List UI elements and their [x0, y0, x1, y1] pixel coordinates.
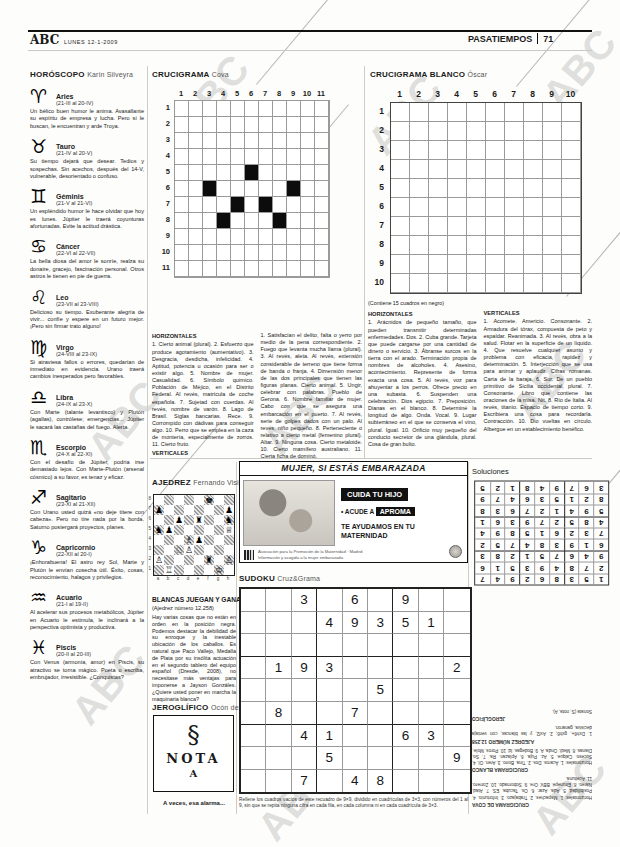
chess-title-text: AJEDREZ: [152, 478, 191, 487]
sudoku-empty-cell: [266, 679, 291, 702]
grid-row-label: 9: [158, 228, 170, 244]
crossword-cell: [543, 179, 562, 198]
crossword-black-cell: [245, 165, 259, 181]
crossword-cell: [524, 103, 543, 122]
sudoku-empty-cell: [317, 770, 342, 793]
crossword-cell: [562, 198, 581, 217]
grid-col-label: 7: [504, 89, 523, 99]
blank-crossword-clues-across-heading: HORIZONTALES: [368, 311, 477, 318]
sudoku-cell: 6: [505, 505, 520, 516]
sudoku-cell: 6: [519, 493, 534, 504]
sudoku-cell: 9: [292, 657, 317, 680]
sudoku-cell: 5: [368, 679, 393, 702]
sudoku-empty-cell: [444, 770, 469, 793]
sudoku-cell: 5: [475, 482, 490, 493]
crossword-cell: [175, 101, 189, 117]
horoscope-text: La bella diosa del amor le sonríe, realz…: [30, 258, 144, 280]
zodiac-sagitario-icon: ♐: [30, 487, 56, 507]
crossword-cell: [273, 165, 287, 181]
crossword-cell: [410, 160, 429, 179]
crossword-cell: [175, 261, 189, 277]
sudoku-cell: 3: [505, 516, 520, 527]
crossword-cell: [301, 181, 315, 197]
page-date: LUNES 12-1-2009: [64, 39, 118, 45]
crossword-cell: [203, 229, 217, 245]
grid-col-label: 11: [314, 89, 328, 98]
sudoku-empty-cell: [241, 747, 266, 770]
chess-square-b8: [164, 495, 174, 505]
chess-square-d6: [184, 515, 194, 525]
crossword-black-cell: [273, 213, 287, 229]
chess-file-label: c: [173, 576, 183, 581]
crossword-cell: [301, 101, 315, 117]
chess-piece-R-b1: ♖: [164, 565, 174, 575]
sudoku-cell: 8: [490, 550, 505, 561]
crossword-cell: [189, 165, 203, 181]
crossword-cell: [273, 197, 287, 213]
sudoku-cell: 3: [292, 589, 317, 612]
chess-square-e1: [194, 565, 204, 575]
sudoku-cell: 3: [368, 612, 393, 635]
crossword-cell: [315, 245, 329, 261]
crossword-cell: [203, 245, 217, 261]
crossword-cell: [301, 245, 315, 261]
horoscope-text: Al acelerar sus procesos metabólicos, Jú…: [30, 609, 144, 631]
horoscope-entry-header: ♈Aries(21-III al 20-IV): [30, 86, 144, 106]
sudoku-cell: 1: [490, 562, 505, 573]
sudoku-empty-cell: [419, 634, 444, 657]
crossword-cell: [189, 229, 203, 245]
crossword-cell: [287, 117, 301, 133]
zodiac-sign-dates: (21-IV al 20-V): [56, 150, 92, 156]
crossword-cell: [287, 165, 301, 181]
horoscope-entry: ♊Géminis(21-V al 21-VI)Un espléndido hum…: [30, 186, 144, 230]
crossword-cell: [259, 181, 273, 197]
crossword-cell: [175, 213, 189, 229]
crossword-col-labels: 1234567891011: [174, 89, 328, 98]
horoscope-text: Un espléndido humor le hace olvidar que …: [30, 208, 144, 230]
solution-heading: JEROGLÍFICO: [472, 715, 592, 721]
crossword-cell: [429, 274, 448, 293]
abc-masthead: ABC: [30, 33, 59, 47]
crossword-clues: HORIZONTALES 1. Cierto animal (plural). …: [152, 332, 362, 461]
sudoku-cell: 1: [593, 573, 608, 584]
horoscope-title: HORÓSCOPO Karin Silveyra: [30, 70, 133, 79]
zodiac-aries-icon: ♈: [30, 86, 56, 106]
sudoku-cell: 1: [519, 550, 534, 561]
sudoku-cell: 6: [343, 589, 368, 612]
sudoku-cell: 3: [519, 562, 534, 573]
crossword-cell: [175, 117, 189, 133]
blank-crossword-title-text: CRUCIGRAMA BLANCO: [370, 70, 465, 79]
chess-square-d7: [184, 505, 194, 515]
sudoku-cell: 1: [475, 516, 490, 527]
chess-rank-label: 7: [146, 504, 151, 514]
sudoku-cell: 9: [579, 505, 594, 516]
crossword-cell: [315, 117, 329, 133]
zodiac-sign-dates: (22-XII al 20-I): [56, 551, 95, 557]
sudoku-cell: 2: [564, 528, 579, 539]
sudoku-grid: 369493511932587416359748: [239, 587, 472, 794]
sudoku-cell: 9: [593, 550, 608, 561]
grid-col-label: 6: [244, 89, 258, 98]
hieroglyph-word-nota: NOTA: [154, 751, 233, 766]
zodiac-sign-dates: (21-I al 19-II): [56, 601, 88, 607]
crossword-cell: [467, 217, 486, 236]
grid-col-label: 2: [188, 89, 202, 98]
crossword-cell: [273, 117, 287, 133]
chess-piece-P-a2: ♙: [154, 555, 164, 565]
grid-row-label: 9: [372, 254, 384, 273]
sudoku-cell: 2: [579, 493, 594, 504]
chess-file-label: g: [213, 576, 223, 581]
crossword-cell: [231, 261, 245, 277]
crossword-cell: [245, 101, 259, 117]
crossword-cell: [429, 217, 448, 236]
zodiac-sign-name: Acuario: [56, 594, 88, 601]
sudoku-cell: 3: [317, 657, 342, 680]
horoscope-entry: ♉Tauro(21-IV al 20-V)Su tiempo dejará qu…: [30, 136, 144, 180]
crossword-cell: [391, 122, 410, 141]
crossword-cell: [273, 261, 287, 277]
zodiac-escorpio-icon: ♏: [30, 437, 56, 457]
crossword-cell: [524, 198, 543, 217]
grid-row-label: 8: [372, 235, 384, 254]
crossword-cell: [505, 236, 524, 255]
hieroglyph-symbol-s: §: [154, 721, 233, 748]
chess-piece-n-h6: ♞: [224, 515, 234, 525]
crossword-cell: [259, 261, 273, 277]
crossword-cell: [217, 117, 231, 133]
crossword-cell: [217, 229, 231, 245]
crossword-cell: [301, 165, 315, 181]
crossword-cell: [203, 117, 217, 133]
horoscope-text: Con Venus (armonía, amor) en Piscis, su …: [30, 659, 144, 681]
crossword-cell: [543, 160, 562, 179]
crossword-cell: [410, 103, 429, 122]
crossword-black-cell: [259, 197, 273, 213]
sudoku-cell: 4: [593, 516, 608, 527]
horoscope-entry-header: ♉Tauro(21-IV al 20-V): [30, 136, 144, 156]
chess-square-h1: [224, 565, 234, 575]
chess-square-b4: [164, 535, 174, 545]
ad-small-print: Asociación para la Promoción de la Mater…: [258, 549, 438, 561]
sudoku-cell: 5: [519, 528, 534, 539]
crossword-cell: [301, 213, 315, 229]
sudoku-cell: 6: [475, 562, 490, 573]
crossword-cell: [245, 213, 259, 229]
solution-body: Horizontales: 1. Mapaches. 2. Trabajazo.…: [472, 775, 592, 799]
chess-file-label: h: [223, 576, 233, 581]
sudoku-empty-cell: [241, 679, 266, 702]
sudoku-empty-cell: [266, 612, 291, 635]
chess-problem-number: (Ajedrez número 12.258): [152, 605, 214, 611]
ad-footer: Asociación para la Promoción de la Mater…: [244, 549, 438, 561]
crossword-cell: [524, 274, 543, 293]
crossword-cell: [467, 236, 486, 255]
crossword-cell: [203, 133, 217, 149]
crossword-cell: [189, 261, 203, 277]
crossword-cell: [175, 229, 189, 245]
crossword-cell: [217, 197, 231, 213]
crossword-cell: [391, 217, 410, 236]
crossword-cell: [301, 197, 315, 213]
crossword-cell: [231, 213, 245, 229]
sudoku-empty-cell: [266, 589, 291, 612]
sudoku-cell: 6: [579, 482, 594, 493]
horoscope-entry-header: ♊Géminis(21-V al 21-VI): [30, 186, 144, 206]
sudoku-empty-cell: [444, 612, 469, 635]
crossword-cell: [287, 261, 301, 277]
crossword-cell: [189, 149, 203, 165]
sudoku-empty-cell: [317, 589, 342, 612]
sudoku-empty-cell: [292, 612, 317, 635]
sudoku-empty-cell: [241, 770, 266, 793]
sudoku-empty-cell: [343, 725, 368, 748]
grid-row-label: 8: [158, 212, 170, 228]
chess-square-d5: [184, 525, 194, 535]
sudoku-cell: 1: [419, 612, 444, 635]
crossword-cell: [391, 255, 410, 274]
sudoku-empty-cell: [393, 634, 418, 657]
crossword-cell: [543, 236, 562, 255]
crossword-cell: [448, 179, 467, 198]
sudoku-empty-cell: [419, 747, 444, 770]
sudoku-cell: 8: [534, 539, 549, 550]
chess-square-e7: [194, 505, 204, 515]
crossword-cell: [543, 198, 562, 217]
sudoku-cell: 8: [593, 493, 608, 504]
zodiac-sign-name: Aries: [56, 93, 93, 100]
sudoku-cell: 4: [564, 505, 579, 516]
sudoku-cell: 3: [593, 482, 608, 493]
scan-slash-mark: [256, 0, 334, 85]
crossword-cell: [524, 160, 543, 179]
sudoku-cell: 3: [564, 573, 579, 584]
zodiac-virgo-icon: ♍: [30, 337, 56, 357]
crossword-cell: [486, 236, 505, 255]
chess-piece-N-c3: ♘: [174, 545, 184, 555]
zodiac-sign-name: Virgo: [56, 344, 97, 351]
sudoku-cell: 5: [579, 573, 594, 584]
grid-col-label: 8: [272, 89, 286, 98]
crossword-cell: [175, 181, 189, 197]
section-header: PASATIEMPOS 71: [468, 33, 553, 44]
horoscope-name-block: Libra(24-IX al 23-X): [56, 394, 92, 407]
crossword-cell: [448, 217, 467, 236]
crossword-cell: [505, 198, 524, 217]
crossword-cell: [189, 181, 203, 197]
zodiac-sign-dates: (21-III al 20-IV): [56, 100, 93, 106]
crossword-cell: [562, 141, 581, 160]
chess-rank-label: 6: [146, 514, 151, 524]
crossword-cell: [217, 133, 231, 149]
chess-square-c1: [174, 565, 184, 575]
crossword-cell: [486, 217, 505, 236]
horoscope-name-block: Aries(21-III al 20-IV): [56, 93, 93, 106]
crossword-cell: [467, 179, 486, 198]
zodiac-cáncer-icon: ♋: [30, 236, 56, 256]
grid-row-label: 11: [158, 260, 170, 276]
sudoku-empty-cell: [241, 612, 266, 635]
sudoku-cell: 9: [393, 589, 418, 612]
zodiac-sign-name: Leo: [56, 294, 99, 301]
sudoku-cell: 2: [444, 657, 469, 680]
grid-row-label: 3: [372, 140, 384, 159]
hieroglyph-caption: A veces, esa alarma...: [152, 800, 236, 806]
blank-crossword-grid: [390, 102, 582, 294]
crossword-cell: [410, 236, 429, 255]
crossword-cell: [259, 149, 273, 165]
grid-row-label: 4: [372, 159, 384, 178]
chess-square-f3: [204, 545, 214, 555]
sudoku-cell: 2: [519, 573, 534, 584]
sudoku-cell: 7: [505, 539, 520, 550]
crossword-cell: [315, 149, 329, 165]
ad-line-acude-text: • ACUDE A: [341, 508, 374, 515]
horoscope-name-block: Capricornio(22-XII al 20-I): [56, 544, 95, 557]
zodiac-sign-name: Tauro: [56, 143, 92, 150]
crossword-cell: [562, 122, 581, 141]
chess-square-g4: [214, 535, 224, 545]
chess-rank-label: 2: [146, 554, 151, 564]
crossword-cell: [505, 255, 524, 274]
grid-col-label: 4: [216, 89, 230, 98]
sudoku-cell: 8: [475, 505, 490, 516]
sudoku-empty-cell: [368, 747, 393, 770]
crossword-cell: [410, 255, 429, 274]
crossword-cell: [287, 245, 301, 261]
chess-square-d8: [184, 495, 194, 505]
crossword-cell: [301, 117, 315, 133]
crossword-cell: [273, 149, 287, 165]
crossword-cell: [245, 229, 259, 245]
zodiac-sign-dates: (23-VII al 23-VIII): [56, 301, 99, 307]
crossword-cell: [486, 103, 505, 122]
chess-square-c7: [174, 505, 184, 515]
chess-file-label: a: [153, 576, 163, 581]
chess-author: Fernando Visier: [193, 479, 245, 486]
sudoku-empty-cell: [292, 679, 317, 702]
grid-col-label: 7: [258, 89, 272, 98]
horoscope-title-text: HORÓSCOPO: [30, 70, 85, 79]
zodiac-leo-icon: ♌: [30, 287, 56, 307]
crossword-cell: [486, 179, 505, 198]
crossword-cell: [391, 141, 410, 160]
crossword-clues-down-heading: VERTICALES: [152, 450, 254, 457]
crossword-cell: [203, 101, 217, 117]
crossword-cell: [315, 197, 329, 213]
sudoku-empty-cell: [343, 657, 368, 680]
crossword-cell: [301, 149, 315, 165]
crossword-cell: [175, 133, 189, 149]
crossword-cell: [505, 103, 524, 122]
crossword-cell: [287, 197, 301, 213]
grid-row-label: 2: [158, 116, 170, 132]
crossword-black-cell: [287, 181, 301, 197]
crossword-cell: [486, 141, 505, 160]
crossword-cell: [217, 245, 231, 261]
sudoku-cell: 1: [534, 528, 549, 539]
crossword-cell: [245, 261, 259, 277]
grid-col-label: 10: [561, 89, 580, 99]
ad-line-cuida: CUIDA TU HIJO: [341, 488, 408, 501]
crossword-cell: [410, 217, 429, 236]
horoscope-entry: ♋Cáncer(22-VI al 22-VII)La bella diosa d…: [30, 236, 144, 280]
sudoku-empty-cell: [343, 679, 368, 702]
ad-logo-mark: [244, 550, 254, 560]
crossword-cell: [259, 133, 273, 149]
zodiac-acuario-icon: ♒: [30, 587, 56, 607]
horoscope-name-block: Piscis(20-II al 20-III): [56, 644, 91, 657]
crossword-black-cell: [203, 181, 217, 197]
sudoku-cell: 3: [490, 505, 505, 516]
crossword-cell: [505, 122, 524, 141]
zodiac-géminis-icon: ♊: [30, 186, 56, 206]
chess-commentary: Hay varias cosas que no están en orden e…: [152, 614, 236, 702]
sudoku-cell: 7: [343, 702, 368, 725]
crossword-cell: [543, 274, 562, 293]
sudoku-empty-cell: [343, 747, 368, 770]
crossword-cell: [448, 141, 467, 160]
chess-file-label: f: [203, 576, 213, 581]
crossword-row-labels: 1234567891011: [158, 100, 170, 276]
sudoku-cell: 9: [534, 562, 549, 573]
sudoku-cell: 4: [292, 725, 317, 748]
grid-row-label: 1: [158, 100, 170, 116]
horoscope-entry-header: ♒Acuario(21-I al 19-II): [30, 587, 144, 607]
header-divider: [537, 33, 538, 44]
chess-square-b3: [164, 545, 174, 555]
grid-row-label: 6: [372, 197, 384, 216]
sudoku-empty-cell: [368, 657, 393, 680]
chess-square-f1: [204, 565, 214, 575]
sudoku-cell: 1: [505, 482, 520, 493]
solution-body: 1. Dxh6+, gxh6; 2. Axf2, y las blancas, …: [472, 724, 592, 736]
solutions-title: Soluciones: [472, 467, 509, 476]
horoscope-entry-header: ♓Piscis(20-II al 20-III): [30, 637, 144, 657]
sudoku-cell: 8: [266, 702, 291, 725]
horoscope-entry-header: ♌Leo(23-VII al 23-VIII): [30, 287, 144, 307]
sudoku-cell: 1: [579, 539, 594, 550]
solution-body: Sonata (S, nota, A).: [472, 708, 592, 714]
horoscope-entry-header: ♏Escorpio(24-X al 22-XI): [30, 437, 144, 457]
blank-crossword-note: (Contiene 15 cuadros en negro): [368, 300, 444, 306]
sudoku-cell: 4: [534, 482, 549, 493]
crossword-cell: [448, 122, 467, 141]
column-divider: [236, 462, 237, 814]
blank-crossword-row-labels: 12345678910: [372, 102, 384, 292]
sudoku-empty-cell: [241, 725, 266, 748]
crossword-cell: [505, 274, 524, 293]
sudoku-cell: 5: [564, 516, 579, 527]
sudoku-cell: 2: [490, 482, 505, 493]
chess-square-f7: [204, 505, 214, 515]
horoscope-entry: ♎Libra(24-IX al 23-X)Con Marte (talante …: [30, 387, 144, 431]
chess-square-f4: [204, 535, 214, 545]
crossword-cell: [315, 213, 329, 229]
zodiac-sign-name: Cáncer: [56, 243, 95, 250]
ad-line-ayudamos: TE AYUDAMOS EN TU MATERNIDAD: [341, 523, 451, 541]
chess-piece-p-a7: ♟: [154, 505, 164, 515]
crossword-cell: [175, 197, 189, 213]
crossword-cell: [524, 236, 543, 255]
chess-square-f6: [204, 515, 214, 525]
crossword-cell: [467, 103, 486, 122]
sudoku-cell: 7: [490, 493, 505, 504]
zodiac-capricornio-icon: ♑: [30, 537, 56, 557]
crossword-cell: [562, 255, 581, 274]
